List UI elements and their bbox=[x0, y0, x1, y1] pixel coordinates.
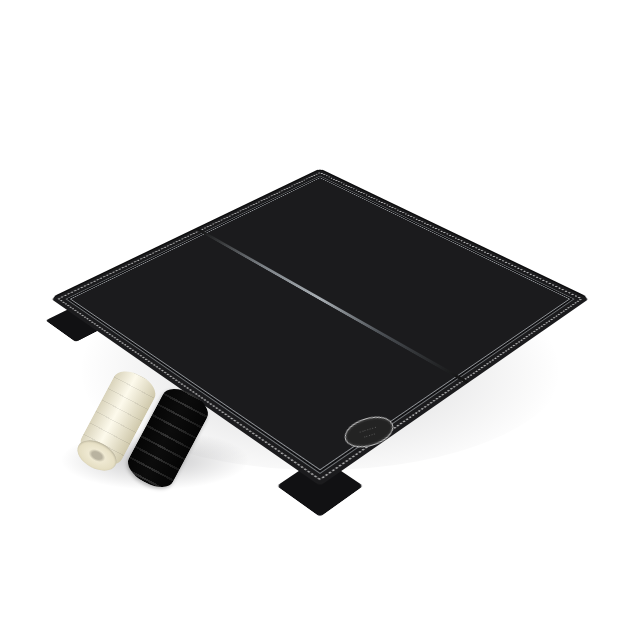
scene bbox=[0, 0, 640, 640]
product-photo: ······· ····· bbox=[0, 0, 640, 640]
frame-rivet-dots bbox=[57, 172, 583, 481]
